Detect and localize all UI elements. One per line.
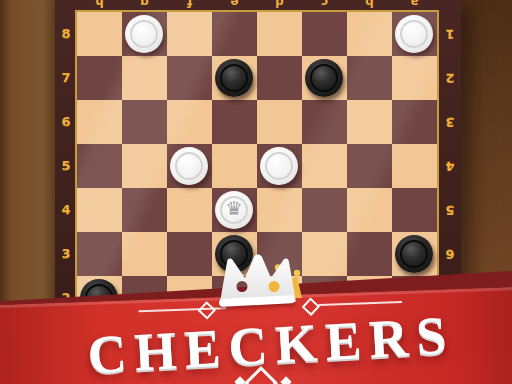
square-g3[interactable] bbox=[347, 232, 392, 276]
square-g7[interactable] bbox=[347, 56, 392, 100]
square-h7[interactable] bbox=[392, 56, 437, 100]
rank-label-left-6: 6 bbox=[55, 114, 77, 130]
file-label-top-f: f bbox=[167, 0, 212, 9]
square-f4[interactable] bbox=[302, 188, 347, 232]
square-f6[interactable] bbox=[302, 100, 347, 144]
square-d8[interactable] bbox=[212, 12, 257, 56]
square-b3[interactable] bbox=[122, 232, 167, 276]
square-a8[interactable] bbox=[77, 12, 122, 56]
file-label-top-c: c bbox=[302, 0, 347, 9]
square-e6[interactable] bbox=[257, 100, 302, 144]
square-g4[interactable] bbox=[347, 188, 392, 232]
file-label-top-g: g bbox=[122, 0, 167, 9]
file-label-top-a: a bbox=[392, 0, 437, 9]
square-c3[interactable] bbox=[167, 232, 212, 276]
rank-label-right-2: 2 bbox=[439, 70, 461, 86]
square-f5[interactable] bbox=[302, 144, 347, 188]
white-man-c5[interactable] bbox=[170, 147, 208, 185]
checkers-promo-scene: hgfedcba 8765432112345678 ♛ CHECKERS bbox=[0, 0, 512, 384]
black-man-f7[interactable] bbox=[305, 59, 343, 97]
square-b6[interactable] bbox=[122, 100, 167, 144]
rank-label-left-3: 3 bbox=[55, 246, 77, 262]
square-a6[interactable] bbox=[77, 100, 122, 144]
rank-label-right-1: 1 bbox=[439, 26, 461, 42]
rank-label-left-7: 7 bbox=[55, 70, 77, 86]
white-man-e5[interactable] bbox=[260, 147, 298, 185]
white-man-b8[interactable] bbox=[125, 15, 163, 53]
square-g8[interactable] bbox=[347, 12, 392, 56]
square-b5[interactable] bbox=[122, 144, 167, 188]
square-h6[interactable] bbox=[392, 100, 437, 144]
square-b7[interactable] bbox=[122, 56, 167, 100]
rank-label-right-6: 6 bbox=[439, 246, 461, 262]
square-c4[interactable] bbox=[167, 188, 212, 232]
ornament-line-right bbox=[318, 301, 402, 306]
square-g6[interactable] bbox=[347, 100, 392, 144]
file-label-top-e: e bbox=[212, 0, 257, 9]
black-man-h3[interactable] bbox=[395, 235, 433, 273]
square-d5[interactable] bbox=[212, 144, 257, 188]
square-a3[interactable] bbox=[77, 232, 122, 276]
square-c8[interactable] bbox=[167, 12, 212, 56]
file-label-top-b: b bbox=[347, 0, 392, 9]
square-e4[interactable] bbox=[257, 188, 302, 232]
square-f3[interactable] bbox=[302, 232, 347, 276]
square-d6[interactable] bbox=[212, 100, 257, 144]
white-king-d4[interactable]: ♛ bbox=[215, 191, 253, 229]
square-e7[interactable] bbox=[257, 56, 302, 100]
black-man-d7[interactable] bbox=[215, 59, 253, 97]
file-label-top-d: d bbox=[257, 0, 302, 9]
square-g5[interactable] bbox=[347, 144, 392, 188]
king-crown-glyph: ♛ bbox=[215, 199, 253, 218]
square-e8[interactable] bbox=[257, 12, 302, 56]
square-a5[interactable] bbox=[77, 144, 122, 188]
rank-label-left-4: 4 bbox=[55, 202, 77, 218]
rank-label-left-5: 5 bbox=[55, 158, 77, 174]
square-c6[interactable] bbox=[167, 100, 212, 144]
rank-label-right-5: 5 bbox=[439, 202, 461, 218]
rank-label-left-8: 8 bbox=[55, 26, 77, 42]
square-h4[interactable] bbox=[392, 188, 437, 232]
rank-label-right-3: 3 bbox=[439, 114, 461, 130]
square-h5[interactable] bbox=[392, 144, 437, 188]
square-a4[interactable] bbox=[77, 188, 122, 232]
file-label-top-h: h bbox=[77, 0, 122, 9]
square-f8[interactable] bbox=[302, 12, 347, 56]
square-b4[interactable] bbox=[122, 188, 167, 232]
square-c7[interactable] bbox=[167, 56, 212, 100]
rank-label-right-4: 4 bbox=[439, 158, 461, 174]
white-man-h8[interactable] bbox=[395, 15, 433, 53]
square-a7[interactable] bbox=[77, 56, 122, 100]
